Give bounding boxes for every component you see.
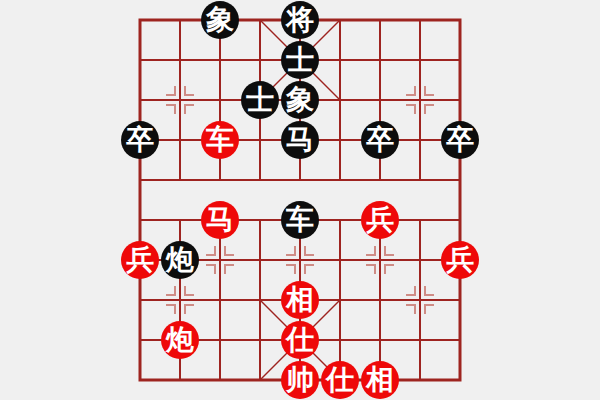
- piece-red-cannon[interactable]: 炮: [161, 321, 199, 359]
- piece-red-soldier[interactable]: 兵: [121, 241, 159, 279]
- piece-black-soldier[interactable]: 卒: [361, 121, 399, 159]
- piece-black-elephant[interactable]: 象: [281, 81, 319, 119]
- piece-black-advisor[interactable]: 士: [241, 81, 279, 119]
- piece-red-elephant[interactable]: 相: [361, 361, 399, 399]
- piece-black-general[interactable]: 将: [281, 1, 319, 39]
- piece-black-horse[interactable]: 马: [281, 121, 319, 159]
- xiangqi-app-window: 象将士士象卒车马卒卒马车兵兵炮兵相炮仕帅仕相: [0, 0, 600, 400]
- piece-red-chariot[interactable]: 车: [201, 121, 239, 159]
- piece-black-soldier[interactable]: 卒: [441, 121, 479, 159]
- piece-black-cannon[interactable]: 炮: [161, 241, 199, 279]
- piece-red-soldier[interactable]: 兵: [441, 241, 479, 279]
- piece-black-soldier[interactable]: 卒: [121, 121, 159, 159]
- piece-red-elephant[interactable]: 相: [281, 281, 319, 319]
- piece-red-horse[interactable]: 马: [201, 201, 239, 239]
- piece-black-chariot[interactable]: 车: [281, 201, 319, 239]
- xiangqi-pieces-layer: 象将士士象卒车马卒卒马车兵兵炮兵相炮仕帅仕相: [120, 0, 480, 400]
- piece-red-general[interactable]: 帅: [281, 361, 319, 399]
- piece-red-advisor[interactable]: 仕: [321, 361, 359, 399]
- piece-black-elephant[interactable]: 象: [201, 1, 239, 39]
- piece-red-advisor[interactable]: 仕: [281, 321, 319, 359]
- piece-black-advisor[interactable]: 士: [281, 41, 319, 79]
- piece-red-soldier[interactable]: 兵: [361, 201, 399, 239]
